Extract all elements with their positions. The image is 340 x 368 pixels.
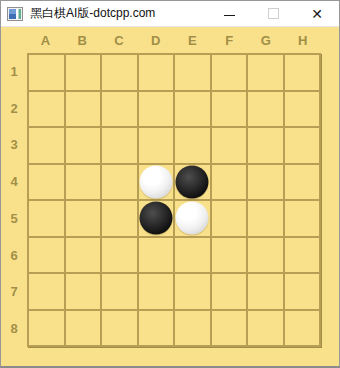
- cell-D4[interactable]: [139, 165, 174, 200]
- minimize-button[interactable]: [207, 1, 251, 26]
- window-controls: ✕: [207, 1, 339, 26]
- cell-H4[interactable]: [285, 165, 320, 200]
- cell-F1[interactable]: [212, 55, 247, 90]
- cell-C1[interactable]: [102, 55, 137, 90]
- cell-H8[interactable]: [285, 311, 320, 346]
- cell-F8[interactable]: [212, 311, 247, 346]
- row-label-2: 2: [1, 90, 27, 127]
- row-label-6: 6: [1, 237, 27, 274]
- cell-D3[interactable]: [139, 128, 174, 163]
- cell-E8[interactable]: [175, 311, 210, 346]
- cell-F2[interactable]: [212, 92, 247, 127]
- cell-F4[interactable]: [212, 165, 247, 200]
- cell-B1[interactable]: [66, 55, 101, 90]
- column-label-H: H: [284, 27, 321, 53]
- cell-A5[interactable]: [29, 201, 64, 236]
- cell-D7[interactable]: [139, 274, 174, 309]
- column-label-F: F: [211, 27, 248, 53]
- cell-F5[interactable]: [212, 201, 247, 236]
- cell-G2[interactable]: [248, 92, 283, 127]
- cell-G3[interactable]: [248, 128, 283, 163]
- cell-C7[interactable]: [102, 274, 137, 309]
- cell-B7[interactable]: [66, 274, 101, 309]
- cell-E7[interactable]: [175, 274, 210, 309]
- cell-D1[interactable]: [139, 55, 174, 90]
- cell-F3[interactable]: [212, 128, 247, 163]
- row-label-5: 5: [1, 200, 27, 237]
- column-labels: ABCDEFGH: [27, 27, 321, 53]
- row-labels: 12345678: [1, 53, 27, 347]
- column-label-D: D: [137, 27, 174, 53]
- cell-D6[interactable]: [139, 238, 174, 273]
- cell-B8[interactable]: [66, 311, 101, 346]
- cell-F6[interactable]: [212, 238, 247, 273]
- cell-H3[interactable]: [285, 128, 320, 163]
- close-icon: ✕: [311, 7, 323, 21]
- row-label-4: 4: [1, 163, 27, 200]
- black-disc-D5: [139, 202, 172, 235]
- game-window: 黑白棋AI版-dotcpp.com ✕ ABCDEFGH 12345678: [0, 0, 340, 368]
- cell-C6[interactable]: [102, 238, 137, 273]
- cell-B2[interactable]: [66, 92, 101, 127]
- cell-B3[interactable]: [66, 128, 101, 163]
- cell-E3[interactable]: [175, 128, 210, 163]
- cell-B5[interactable]: [66, 201, 101, 236]
- column-label-G: G: [248, 27, 285, 53]
- row-label-3: 3: [1, 127, 27, 164]
- white-disc-E5: [176, 202, 209, 235]
- cell-C3[interactable]: [102, 128, 137, 163]
- cell-B6[interactable]: [66, 238, 101, 273]
- cell-D8[interactable]: [139, 311, 174, 346]
- column-label-E: E: [174, 27, 211, 53]
- app-icon: [7, 7, 23, 21]
- cell-H6[interactable]: [285, 238, 320, 273]
- cell-A8[interactable]: [29, 311, 64, 346]
- cell-G6[interactable]: [248, 238, 283, 273]
- cell-G1[interactable]: [248, 55, 283, 90]
- close-button[interactable]: ✕: [295, 1, 339, 26]
- column-label-C: C: [101, 27, 138, 53]
- cell-G8[interactable]: [248, 311, 283, 346]
- cell-C2[interactable]: [102, 92, 137, 127]
- cell-E6[interactable]: [175, 238, 210, 273]
- maximize-button[interactable]: [251, 1, 295, 26]
- window-title: 黑白棋AI版-dotcpp.com: [30, 5, 155, 22]
- cell-D2[interactable]: [139, 92, 174, 127]
- cell-G4[interactable]: [248, 165, 283, 200]
- row-label-8: 8: [1, 310, 27, 347]
- cell-G7[interactable]: [248, 274, 283, 309]
- cell-H2[interactable]: [285, 92, 320, 127]
- cell-E5[interactable]: [175, 201, 210, 236]
- cell-C5[interactable]: [102, 201, 137, 236]
- cell-E2[interactable]: [175, 92, 210, 127]
- cell-E1[interactable]: [175, 55, 210, 90]
- row-label-7: 7: [1, 274, 27, 311]
- cell-C4[interactable]: [102, 165, 137, 200]
- othello-board: [27, 53, 321, 347]
- cell-C8[interactable]: [102, 311, 137, 346]
- cell-D5[interactable]: [139, 201, 174, 236]
- column-label-B: B: [64, 27, 101, 53]
- cell-H7[interactable]: [285, 274, 320, 309]
- titlebar[interactable]: 黑白棋AI版-dotcpp.com ✕: [1, 1, 339, 27]
- cell-A1[interactable]: [29, 55, 64, 90]
- cell-B4[interactable]: [66, 165, 101, 200]
- board-area: ABCDEFGH 12345678: [1, 27, 339, 366]
- cell-F7[interactable]: [212, 274, 247, 309]
- cell-A7[interactable]: [29, 274, 64, 309]
- black-disc-E4: [176, 165, 209, 198]
- column-label-A: A: [27, 27, 64, 53]
- white-disc-D4: [139, 165, 172, 198]
- row-label-1: 1: [1, 53, 27, 90]
- cell-A6[interactable]: [29, 238, 64, 273]
- cell-A4[interactable]: [29, 165, 64, 200]
- cell-H5[interactable]: [285, 201, 320, 236]
- minimize-icon: [224, 15, 235, 16]
- maximize-icon: [268, 8, 279, 19]
- cell-A3[interactable]: [29, 128, 64, 163]
- cell-E4[interactable]: [175, 165, 210, 200]
- cell-G5[interactable]: [248, 201, 283, 236]
- cell-A2[interactable]: [29, 92, 64, 127]
- cell-H1[interactable]: [285, 55, 320, 90]
